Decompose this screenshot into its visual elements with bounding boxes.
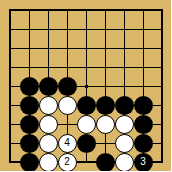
white-stone [96, 115, 115, 134]
intersection-A1[interactable] [1, 153, 20, 172]
intersection-E3[interactable] [77, 115, 96, 134]
move-number-label: 3 [140, 157, 146, 167]
black-stone [20, 96, 39, 115]
white-stone [58, 96, 77, 115]
intersection-J4[interactable] [153, 96, 172, 115]
intersection-H9[interactable] [134, 1, 153, 20]
intersection-B7[interactable] [20, 39, 39, 58]
intersection-A8[interactable] [1, 20, 20, 39]
white-stone [77, 115, 96, 134]
black-stone [58, 77, 77, 96]
intersection-H1[interactable]: 3 [134, 153, 153, 172]
intersection-H6[interactable] [134, 58, 153, 77]
white-stone [115, 115, 134, 134]
intersection-H4[interactable] [134, 96, 153, 115]
intersection-E8[interactable] [77, 20, 96, 39]
black-stone [77, 134, 96, 153]
intersection-G1[interactable] [115, 153, 134, 172]
intersection-D3[interactable] [58, 115, 77, 134]
intersection-A3[interactable] [1, 115, 20, 134]
black-stone [96, 153, 115, 172]
go-board: 423 [0, 0, 171, 171]
intersection-C6[interactable] [39, 58, 58, 77]
star-point [85, 85, 88, 88]
intersection-E5[interactable] [77, 77, 96, 96]
intersection-C9[interactable] [39, 1, 58, 20]
intersection-C3[interactable] [39, 115, 58, 134]
black-stone [20, 77, 39, 96]
intersection-F7[interactable] [96, 39, 115, 58]
move-number-label: 2 [64, 157, 70, 167]
intersection-D7[interactable] [58, 39, 77, 58]
intersection-E9[interactable] [77, 1, 96, 20]
intersection-J9[interactable] [153, 1, 172, 20]
intersection-C2[interactable] [39, 134, 58, 153]
intersection-A5[interactable] [1, 77, 20, 96]
black-stone [20, 115, 39, 134]
intersection-J8[interactable] [153, 20, 172, 39]
intersection-A6[interactable] [1, 58, 20, 77]
intersection-D8[interactable] [58, 20, 77, 39]
white-stone [39, 115, 58, 134]
black-stone: 3 [134, 153, 153, 172]
intersection-H5[interactable] [134, 77, 153, 96]
black-stone [20, 134, 39, 153]
intersection-H8[interactable] [134, 20, 153, 39]
intersection-G7[interactable] [115, 39, 134, 58]
intersection-B6[interactable] [20, 58, 39, 77]
intersection-G3[interactable] [115, 115, 134, 134]
white-stone: 4 [58, 134, 77, 153]
intersection-B9[interactable] [20, 1, 39, 20]
intersection-J1[interactable] [153, 153, 172, 172]
intersection-B4[interactable] [20, 96, 39, 115]
go-diagram-screenshot: 423 [0, 0, 171, 171]
intersection-F5[interactable] [96, 77, 115, 96]
intersection-C5[interactable] [39, 77, 58, 96]
black-stone [39, 77, 58, 96]
intersection-B8[interactable] [20, 20, 39, 39]
intersection-C7[interactable] [39, 39, 58, 58]
intersection-F9[interactable] [96, 1, 115, 20]
intersection-E1[interactable] [77, 153, 96, 172]
intersection-H3[interactable] [134, 115, 153, 134]
white-stone [115, 153, 134, 172]
black-stone [96, 96, 115, 115]
intersection-A2[interactable] [1, 134, 20, 153]
intersection-G5[interactable] [115, 77, 134, 96]
intersection-F6[interactable] [96, 58, 115, 77]
black-stone [77, 96, 96, 115]
intersection-C4[interactable] [39, 96, 58, 115]
intersection-E2[interactable] [77, 134, 96, 153]
intersection-F1[interactable] [96, 153, 115, 172]
black-stone [20, 153, 39, 172]
intersection-B5[interactable] [20, 77, 39, 96]
black-stone [115, 96, 134, 115]
intersection-H2[interactable] [134, 134, 153, 153]
intersection-G4[interactable] [115, 96, 134, 115]
intersection-B3[interactable] [20, 115, 39, 134]
black-stone [134, 96, 153, 115]
intersection-A4[interactable] [1, 96, 20, 115]
intersection-D6[interactable] [58, 58, 77, 77]
move-number-label: 4 [64, 138, 70, 148]
intersection-A9[interactable] [1, 1, 20, 20]
intersection-G9[interactable] [115, 1, 134, 20]
intersection-D5[interactable] [58, 77, 77, 96]
intersection-J3[interactable] [153, 115, 172, 134]
intersection-D2[interactable]: 4 [58, 134, 77, 153]
intersection-F8[interactable] [96, 20, 115, 39]
intersection-E7[interactable] [77, 39, 96, 58]
intersection-J6[interactable] [153, 58, 172, 77]
white-stone: 2 [58, 153, 77, 172]
intersection-D1[interactable]: 2 [58, 153, 77, 172]
intersection-D4[interactable] [58, 96, 77, 115]
intersection-J7[interactable] [153, 39, 172, 58]
intersection-J5[interactable] [153, 77, 172, 96]
intersection-E6[interactable] [77, 58, 96, 77]
white-stone [39, 134, 58, 153]
white-stone [115, 134, 134, 153]
intersection-D9[interactable] [58, 1, 77, 20]
intersection-A7[interactable] [1, 39, 20, 58]
intersection-F4[interactable] [96, 96, 115, 115]
intersection-F3[interactable] [96, 115, 115, 134]
black-stone [134, 134, 153, 153]
white-stone [39, 96, 58, 115]
intersection-E4[interactable] [77, 96, 96, 115]
white-stone [39, 153, 58, 172]
intersection-J2[interactable] [153, 134, 172, 153]
intersection-G8[interactable] [115, 20, 134, 39]
intersection-H7[interactable] [134, 39, 153, 58]
intersection-F2[interactable] [96, 134, 115, 153]
board-grid: 423 [1, 1, 172, 172]
intersection-B2[interactable] [20, 134, 39, 153]
intersection-C8[interactable] [39, 20, 58, 39]
intersection-B1[interactable] [20, 153, 39, 172]
black-stone [134, 115, 153, 134]
intersection-G6[interactable] [115, 58, 134, 77]
intersection-G2[interactable] [115, 134, 134, 153]
intersection-C1[interactable] [39, 153, 58, 172]
